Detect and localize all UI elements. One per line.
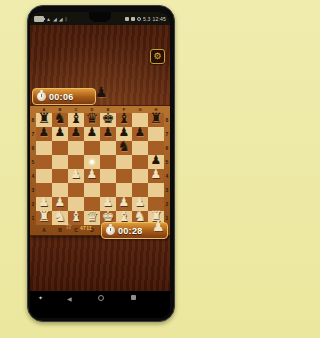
board-coordinate: 4 xyxy=(164,169,170,183)
black-clock-panel: 00:06 xyxy=(32,88,96,105)
black-p-piece: ♟ xyxy=(100,124,116,140)
square-c3[interactable] xyxy=(68,183,84,197)
square-b4[interactable] xyxy=(52,169,68,183)
square-d1[interactable]: ♛ xyxy=(84,211,100,225)
white-p-piece: ♟ xyxy=(84,166,100,182)
board-coordinate: A xyxy=(36,225,52,235)
board-coordinate: G xyxy=(132,106,148,113)
camera-notch xyxy=(89,12,111,22)
android-nav-bar: ✦ ◀ xyxy=(30,291,170,318)
home-button-icon[interactable] xyxy=(98,295,104,301)
black-q-piece: ♛ xyxy=(84,110,100,126)
square-e2[interactable]: ♟ xyxy=(100,197,116,211)
board-coordinate: 8 xyxy=(164,113,170,127)
square-b2[interactable]: ♟ xyxy=(52,197,68,211)
board-coordinate xyxy=(164,106,170,113)
notification-icon xyxy=(125,17,129,21)
square-f5[interactable] xyxy=(116,155,132,169)
square-f7[interactable]: ♟ xyxy=(116,127,132,141)
battery-icon xyxy=(34,16,44,22)
status-clock: 12:45 xyxy=(152,16,166,22)
bluetooth-icon: ᛒ xyxy=(65,16,68,22)
white-p-piece: ♟ xyxy=(116,194,132,210)
square-c8[interactable]: ♝ xyxy=(68,113,84,127)
square-d4[interactable]: ♟ xyxy=(84,169,100,183)
square-a3[interactable] xyxy=(36,183,52,197)
square-g2[interactable]: ♟ xyxy=(132,197,148,211)
signal-icon: ◢ xyxy=(53,16,57,22)
black-p-piece: ♟ xyxy=(52,124,68,140)
square-f2[interactable]: ♟ xyxy=(116,197,132,211)
black-b-piece: ♝ xyxy=(68,110,84,126)
board-coordinate: 3 xyxy=(164,183,170,197)
black-r-piece: ♜ xyxy=(36,110,52,126)
square-b5[interactable] xyxy=(52,155,68,169)
square-g6[interactable] xyxy=(132,141,148,155)
board-coordinate: A xyxy=(36,106,52,113)
notification-icon xyxy=(131,17,135,21)
square-c2[interactable] xyxy=(68,197,84,211)
back-button-icon[interactable]: ◀ xyxy=(67,295,72,302)
black-b-piece: ♝ xyxy=(116,110,132,126)
score-text: 4711 xyxy=(80,225,92,231)
status-icons-left: ▲ ◢ ◢ ᛒ xyxy=(34,16,68,22)
chess-board: ABCDEFGH8♜♞♝♛♚♝♜87♟♟♟♟♟♟♟76♞65♟54♟♟♟4332… xyxy=(30,106,170,235)
square-g3[interactable] xyxy=(132,183,148,197)
signal-icon: ◢ xyxy=(59,16,63,22)
timer-icon xyxy=(106,226,115,235)
black-p-piece: ♟ xyxy=(36,124,52,140)
black-n-piece: ♞ xyxy=(52,110,68,126)
square-h4[interactable]: ♟ xyxy=(148,169,164,183)
square-e4[interactable] xyxy=(100,169,116,183)
wifi-icon: ▲ xyxy=(46,16,51,22)
board-coordinate: C xyxy=(68,106,84,113)
chess-app: ⚙ 00:06 ♟ ABCDEFGH8♜♞♝♛♚♝♜87♟♟♟♟♟♟♟76♞65… xyxy=(30,25,170,291)
white-p-piece: ♟ xyxy=(132,194,148,210)
square-h3[interactable] xyxy=(148,183,164,197)
board-coordinate: D xyxy=(84,106,100,113)
square-a4[interactable] xyxy=(36,169,52,183)
square-d8[interactable]: ♛ xyxy=(84,113,100,127)
square-c7[interactable]: ♟ xyxy=(68,127,84,141)
board-coordinate: 7 xyxy=(164,127,170,141)
black-p-piece: ♟ xyxy=(84,124,100,140)
square-d3[interactable] xyxy=(84,183,100,197)
hint-star-icon: ☆ xyxy=(65,223,72,231)
black-p-piece: ♟ xyxy=(148,152,164,168)
white-clock-time: 00:28 xyxy=(118,226,143,236)
move-indicator-dot xyxy=(90,160,94,164)
square-g5[interactable] xyxy=(132,155,148,169)
square-f8[interactable]: ♝ xyxy=(116,113,132,127)
square-a5[interactable] xyxy=(36,155,52,169)
square-d6[interactable] xyxy=(84,141,100,155)
black-p-piece: ♟ xyxy=(116,124,132,140)
square-a8[interactable]: ♜ xyxy=(36,113,52,127)
square-b3[interactable] xyxy=(52,183,68,197)
square-d7[interactable]: ♟ xyxy=(84,127,100,141)
square-e3[interactable] xyxy=(100,183,116,197)
square-a6[interactable] xyxy=(36,141,52,155)
square-a1[interactable]: ♜ xyxy=(36,211,52,225)
white-p-piece: ♟ xyxy=(100,194,116,210)
square-e8[interactable]: ♚ xyxy=(100,113,116,127)
network-speed: 5.3 xyxy=(143,16,151,22)
black-r-piece: ♜ xyxy=(148,110,164,126)
square-c4[interactable]: ♟ xyxy=(68,169,84,183)
black-clock-time: 00:06 xyxy=(49,92,74,102)
board-coordinate: 5 xyxy=(164,155,170,169)
assist-icon[interactable]: ✦ xyxy=(38,294,43,301)
recents-button-icon[interactable] xyxy=(131,295,136,300)
square-g7[interactable]: ♟ xyxy=(132,127,148,141)
black-p-piece: ♟ xyxy=(132,124,148,140)
white-p-piece: ♟ xyxy=(52,194,68,210)
black-k-piece: ♚ xyxy=(100,110,116,126)
square-h2[interactable] xyxy=(148,197,164,211)
board-coordinate: F xyxy=(116,106,132,113)
board-coordinate: E xyxy=(100,106,116,113)
board-coordinate: 6 xyxy=(164,141,170,155)
data-saver-icon xyxy=(137,17,141,21)
square-e6[interactable] xyxy=(100,141,116,155)
white-side-piece-icon: ♟ xyxy=(152,219,165,233)
square-a7[interactable]: ♟ xyxy=(36,127,52,141)
square-h5[interactable]: ♟ xyxy=(148,155,164,169)
square-f3[interactable] xyxy=(116,183,132,197)
square-c5[interactable] xyxy=(68,155,84,169)
square-f6[interactable]: ♞ xyxy=(116,141,132,155)
square-a2[interactable]: ♟ xyxy=(36,197,52,211)
black-p-piece: ♟ xyxy=(68,124,84,140)
square-b7[interactable]: ♟ xyxy=(52,127,68,141)
square-d5[interactable] xyxy=(84,155,100,169)
white-r-piece: ♜ xyxy=(36,208,52,224)
white-p-piece: ♟ xyxy=(148,166,164,182)
square-h7[interactable] xyxy=(148,127,164,141)
square-c6[interactable] xyxy=(68,141,84,155)
phone-frame: ▲ ◢ ◢ ᛒ 5.3 12:45 ⚙ 00:06 ♟ A xyxy=(27,5,175,322)
status-icons-right: 5.3 12:45 xyxy=(125,16,166,22)
square-e7[interactable]: ♟ xyxy=(100,127,116,141)
square-g4[interactable] xyxy=(132,169,148,183)
square-d2[interactable] xyxy=(84,197,100,211)
square-h8[interactable]: ♜ xyxy=(148,113,164,127)
square-b8[interactable]: ♞ xyxy=(52,113,68,127)
board-coordinate: 2 xyxy=(164,197,170,211)
square-e5[interactable] xyxy=(100,155,116,169)
square-b6[interactable] xyxy=(52,141,68,155)
timer-icon xyxy=(37,92,46,101)
white-p-piece: ♟ xyxy=(68,166,84,182)
settings-button[interactable]: ⚙ xyxy=(150,49,165,64)
black-side-piece-icon: ♟ xyxy=(95,85,108,99)
square-f4[interactable] xyxy=(116,169,132,183)
board-coordinate: B xyxy=(52,106,68,113)
white-p-piece: ♟ xyxy=(36,194,52,210)
square-h6[interactable] xyxy=(148,141,164,155)
board-coordinate: H xyxy=(148,106,164,113)
gear-icon: ⚙ xyxy=(153,52,161,61)
square-g8[interactable] xyxy=(132,113,148,127)
phone-screen: ▲ ◢ ◢ ᛒ 5.3 12:45 ⚙ 00:06 ♟ A xyxy=(30,12,170,318)
black-n-piece: ♞ xyxy=(116,138,132,154)
white-q-piece: ♛ xyxy=(84,208,100,224)
